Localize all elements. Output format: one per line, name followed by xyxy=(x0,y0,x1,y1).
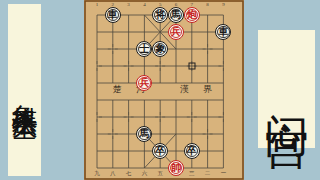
coord-bottom-一: 一 xyxy=(221,171,227,177)
piece-red-soldier[interactable]: 兵 xyxy=(136,75,152,91)
left-banner: 象棋杀法大全 xyxy=(8,4,41,176)
piece-black-soldier[interactable]: 卒 xyxy=(184,143,200,159)
coord-bottom-三: 三 xyxy=(189,171,195,177)
coord-top-9: 9 xyxy=(222,2,225,7)
piece-black-general[interactable]: 将 xyxy=(152,7,168,23)
video-thumbnail: 象棋杀法大全 楚 河 漢 界 123456789 九八七六五四三二一 車将馬炮兵… xyxy=(0,0,320,180)
piece-black-soldier[interactable]: 卒 xyxy=(152,143,168,159)
piece-black-horse[interactable]: 馬 xyxy=(168,7,184,23)
coord-top-1: 1 xyxy=(96,2,99,7)
coord-bottom-八: 八 xyxy=(110,171,116,177)
river-label-right: 漢 界 xyxy=(180,83,218,96)
piece-red-soldier[interactable]: 兵 xyxy=(168,24,184,40)
mate-pattern-title: 闷宫 xyxy=(257,79,316,99)
piece-red-general[interactable]: 帥 xyxy=(168,160,184,176)
coord-top-3: 3 xyxy=(127,2,130,7)
coord-bottom-七: 七 xyxy=(126,171,132,177)
piece-black-elephant[interactable]: 象 xyxy=(152,41,168,57)
coord-top-8: 8 xyxy=(206,2,209,7)
xiangqi-board: 楚 河 漢 界 123456789 九八七六五四三二一 車将馬炮兵車士象兵馬卒卒… xyxy=(84,0,244,180)
coord-bottom-二: 二 xyxy=(205,171,211,177)
series-title: 象棋杀法大全 xyxy=(7,84,42,96)
piece-black-advisor[interactable]: 士 xyxy=(136,41,152,57)
origin-marker xyxy=(188,63,195,70)
piece-red-cannon[interactable]: 炮 xyxy=(184,7,200,23)
piece-black-horse[interactable]: 馬 xyxy=(136,126,152,142)
piece-black-chariot[interactable]: 車 xyxy=(105,7,121,23)
coord-bottom-六: 六 xyxy=(142,171,148,177)
right-banner: 闷宫 xyxy=(258,30,315,148)
coord-top-4: 4 xyxy=(143,2,146,7)
coord-bottom-九: 九 xyxy=(94,171,100,177)
piece-black-chariot[interactable]: 車 xyxy=(215,24,231,40)
coord-bottom-五: 五 xyxy=(157,171,163,177)
